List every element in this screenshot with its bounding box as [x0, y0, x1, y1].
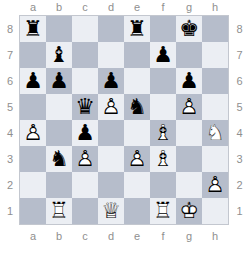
- square-e6[interactable]: [124, 68, 150, 94]
- square-f5[interactable]: [150, 94, 176, 120]
- corner-top-right: [228, 0, 251, 16]
- square-d6[interactable]: ♟: [98, 68, 124, 94]
- square-b7[interactable]: ♝: [46, 42, 72, 68]
- black-pawn-g6: ♟: [176, 68, 202, 94]
- black-pawn-c4: ♟: [72, 120, 98, 146]
- white-rook-f1: ♜♖: [150, 198, 176, 224]
- rank-labels-right: 87654321: [228, 16, 251, 224]
- white-bishop-f4: ♝♗: [150, 120, 176, 146]
- square-a5[interactable]: [20, 94, 46, 120]
- chess-board: ♜♜♚♝♟♟♟♟♟♛♟♙♞♟♙♟♙♟♝♗♞♘♞♟♙♟♙♝♗♟♙♜♖♛♕♜♖♚♔: [20, 16, 228, 224]
- black-pawn-b6: ♟: [46, 68, 72, 94]
- file-label-top-h: h: [202, 0, 228, 16]
- file-label-top-c: c: [72, 0, 98, 16]
- file-label-top-b: b: [46, 0, 72, 16]
- square-h5[interactable]: [202, 94, 228, 120]
- rank-label-right-6: 6: [228, 68, 251, 94]
- white-king-g1: ♚♔: [176, 198, 202, 224]
- square-g6[interactable]: ♟: [176, 68, 202, 94]
- file-label-top-f: f: [150, 0, 176, 16]
- square-a8[interactable]: ♜: [20, 16, 46, 42]
- white-pawn-d5: ♟♙: [98, 94, 124, 120]
- square-a2[interactable]: [20, 172, 46, 198]
- rank-label-left-3: 3: [0, 146, 20, 172]
- square-g4[interactable]: [176, 120, 202, 146]
- white-rook-b1: ♜♖: [46, 198, 72, 224]
- white-pawn-e3: ♟♙: [124, 146, 150, 172]
- square-e1[interactable]: [124, 198, 150, 224]
- rank-label-right-4: 4: [228, 120, 251, 146]
- square-f3[interactable]: ♝♗: [150, 146, 176, 172]
- square-g1[interactable]: ♚♔: [176, 198, 202, 224]
- white-pawn-h2: ♟♙: [202, 172, 228, 198]
- rank-label-left-4: 4: [0, 120, 20, 146]
- file-label-bottom-h: h: [202, 224, 228, 254]
- chess-diagram: abcdefgh 87654321 ♜♜♚♝♟♟♟♟♟♛♟♙♞♟♙♟♙♟♝♗♞♘…: [0, 0, 251, 254]
- square-e4[interactable]: [124, 120, 150, 146]
- black-king-g8: ♚: [176, 16, 202, 42]
- square-h3[interactable]: [202, 146, 228, 172]
- rank-label-left-8: 8: [0, 16, 20, 42]
- file-label-top-d: d: [98, 0, 124, 16]
- square-b1[interactable]: ♜♖: [46, 198, 72, 224]
- corner-bottom-right: [228, 224, 251, 254]
- square-d8[interactable]: [98, 16, 124, 42]
- file-label-top-g: g: [176, 0, 202, 16]
- rank-labels-left: 87654321: [0, 16, 20, 224]
- square-a6[interactable]: ♟: [20, 68, 46, 94]
- square-c3[interactable]: ♟♙: [72, 146, 98, 172]
- square-c8[interactable]: [72, 16, 98, 42]
- corner-top-left: [0, 0, 20, 16]
- square-b2[interactable]: [46, 172, 72, 198]
- file-label-bottom-g: g: [176, 224, 202, 254]
- square-c2[interactable]: [72, 172, 98, 198]
- square-d2[interactable]: [98, 172, 124, 198]
- rank-label-right-3: 3: [228, 146, 251, 172]
- square-c4[interactable]: ♟: [72, 120, 98, 146]
- square-e3[interactable]: ♟♙: [124, 146, 150, 172]
- square-d5[interactable]: ♟♙: [98, 94, 124, 120]
- square-d4[interactable]: [98, 120, 124, 146]
- square-f4[interactable]: ♝♗: [150, 120, 176, 146]
- black-pawn-a6: ♟: [20, 68, 46, 94]
- square-g3[interactable]: [176, 146, 202, 172]
- square-a7[interactable]: [20, 42, 46, 68]
- square-g5[interactable]: ♟♙: [176, 94, 202, 120]
- square-e7[interactable]: [124, 42, 150, 68]
- square-a1[interactable]: [20, 198, 46, 224]
- square-b5[interactable]: [46, 94, 72, 120]
- white-pawn-g5: ♟♙: [176, 94, 202, 120]
- rank-label-left-6: 6: [0, 68, 20, 94]
- square-b3[interactable]: ♞: [46, 146, 72, 172]
- black-knight-e5: ♞: [124, 94, 150, 120]
- file-label-bottom-d: d: [98, 224, 124, 254]
- rank-label-right-8: 8: [228, 16, 251, 42]
- square-f6[interactable]: [150, 68, 176, 94]
- file-label-bottom-a: a: [20, 224, 46, 254]
- square-h7[interactable]: [202, 42, 228, 68]
- file-label-bottom-e: e: [124, 224, 150, 254]
- black-knight-b3: ♞: [46, 146, 72, 172]
- square-b4[interactable]: [46, 120, 72, 146]
- black-pawn-d6: ♟: [98, 68, 124, 94]
- white-pawn-c3: ♟♙: [72, 146, 98, 172]
- square-b8[interactable]: [46, 16, 72, 42]
- white-knight-h4: ♞♘: [202, 120, 228, 146]
- square-f1[interactable]: ♜♖: [150, 198, 176, 224]
- square-c6[interactable]: [72, 68, 98, 94]
- file-label-bottom-f: f: [150, 224, 176, 254]
- square-g8[interactable]: ♚: [176, 16, 202, 42]
- square-h8[interactable]: [202, 16, 228, 42]
- black-queen-c5: ♛: [72, 94, 98, 120]
- black-pawn-f7: ♟: [150, 42, 176, 68]
- white-queen-d1: ♛♕: [98, 198, 124, 224]
- rank-label-right-1: 1: [228, 198, 251, 224]
- square-e5[interactable]: ♞: [124, 94, 150, 120]
- corner-bottom-left: [0, 224, 20, 254]
- square-d3[interactable]: [98, 146, 124, 172]
- square-f7[interactable]: ♟: [150, 42, 176, 68]
- square-d7[interactable]: [98, 42, 124, 68]
- square-a4[interactable]: ♟♙: [20, 120, 46, 146]
- square-b6[interactable]: ♟: [46, 68, 72, 94]
- square-d1[interactable]: ♛♕: [98, 198, 124, 224]
- rank-label-left-5: 5: [0, 94, 20, 120]
- file-labels-top: abcdefgh: [20, 0, 228, 16]
- rank-label-left-2: 2: [0, 172, 20, 198]
- file-labels-bottom: abcdefgh: [20, 224, 228, 254]
- rank-label-right-5: 5: [228, 94, 251, 120]
- rank-label-right-2: 2: [228, 172, 251, 198]
- file-label-top-e: e: [124, 0, 150, 16]
- square-h1[interactable]: [202, 198, 228, 224]
- black-rook-a8: ♜: [20, 16, 46, 42]
- rank-label-right-7: 7: [228, 42, 251, 68]
- square-c7[interactable]: [72, 42, 98, 68]
- square-h4[interactable]: ♞♘: [202, 120, 228, 146]
- rank-label-left-7: 7: [0, 42, 20, 68]
- file-label-top-a: a: [20, 0, 46, 16]
- square-h6[interactable]: [202, 68, 228, 94]
- square-h2[interactable]: ♟♙: [202, 172, 228, 198]
- black-rook-e8: ♜: [124, 16, 150, 42]
- black-bishop-b7: ♝: [46, 42, 72, 68]
- square-f2[interactable]: [150, 172, 176, 198]
- white-bishop-f3: ♝♗: [150, 146, 176, 172]
- square-c5[interactable]: ♛: [72, 94, 98, 120]
- file-label-bottom-b: b: [46, 224, 72, 254]
- square-g2[interactable]: [176, 172, 202, 198]
- file-label-bottom-c: c: [72, 224, 98, 254]
- square-c1[interactable]: [72, 198, 98, 224]
- rank-label-left-1: 1: [0, 198, 20, 224]
- square-e2[interactable]: [124, 172, 150, 198]
- white-pawn-a4: ♟♙: [20, 120, 46, 146]
- square-a3[interactable]: [20, 146, 46, 172]
- square-g7[interactable]: [176, 42, 202, 68]
- square-f8[interactable]: [150, 16, 176, 42]
- square-e8[interactable]: ♜: [124, 16, 150, 42]
